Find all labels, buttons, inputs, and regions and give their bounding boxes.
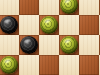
checker-green[interactable] bbox=[60, 36, 78, 54]
board-square[interactable] bbox=[0, 15, 19, 35]
board-square[interactable] bbox=[19, 15, 39, 35]
board-square[interactable] bbox=[39, 0, 59, 15]
board-square[interactable] bbox=[39, 35, 59, 55]
board-square[interactable] bbox=[0, 0, 19, 15]
board-square[interactable] bbox=[79, 15, 99, 35]
board-square[interactable] bbox=[19, 55, 39, 75]
checker-green[interactable] bbox=[40, 16, 58, 34]
checker-black[interactable] bbox=[20, 36, 38, 54]
board-square[interactable] bbox=[59, 0, 79, 15]
board-square[interactable] bbox=[99, 55, 100, 75]
board-square[interactable] bbox=[59, 35, 79, 55]
board-square[interactable] bbox=[19, 35, 39, 55]
board-square[interactable] bbox=[59, 15, 79, 35]
board-square[interactable] bbox=[79, 0, 99, 15]
board-square[interactable] bbox=[19, 0, 39, 15]
checker-green[interactable] bbox=[60, 0, 78, 14]
checkers-board bbox=[0, 0, 100, 75]
board-square[interactable] bbox=[39, 55, 59, 75]
board-square[interactable] bbox=[0, 55, 19, 75]
board-grid bbox=[0, 0, 100, 75]
board-square[interactable] bbox=[99, 0, 100, 15]
board-square[interactable] bbox=[39, 15, 59, 35]
checker-green[interactable] bbox=[0, 56, 18, 74]
board-square[interactable] bbox=[99, 15, 100, 35]
board-square[interactable] bbox=[0, 35, 19, 55]
board-square[interactable] bbox=[79, 35, 99, 55]
board-square[interactable] bbox=[59, 55, 79, 75]
board-square[interactable] bbox=[99, 35, 100, 55]
checker-black[interactable] bbox=[0, 16, 18, 34]
board-square[interactable] bbox=[79, 55, 99, 75]
